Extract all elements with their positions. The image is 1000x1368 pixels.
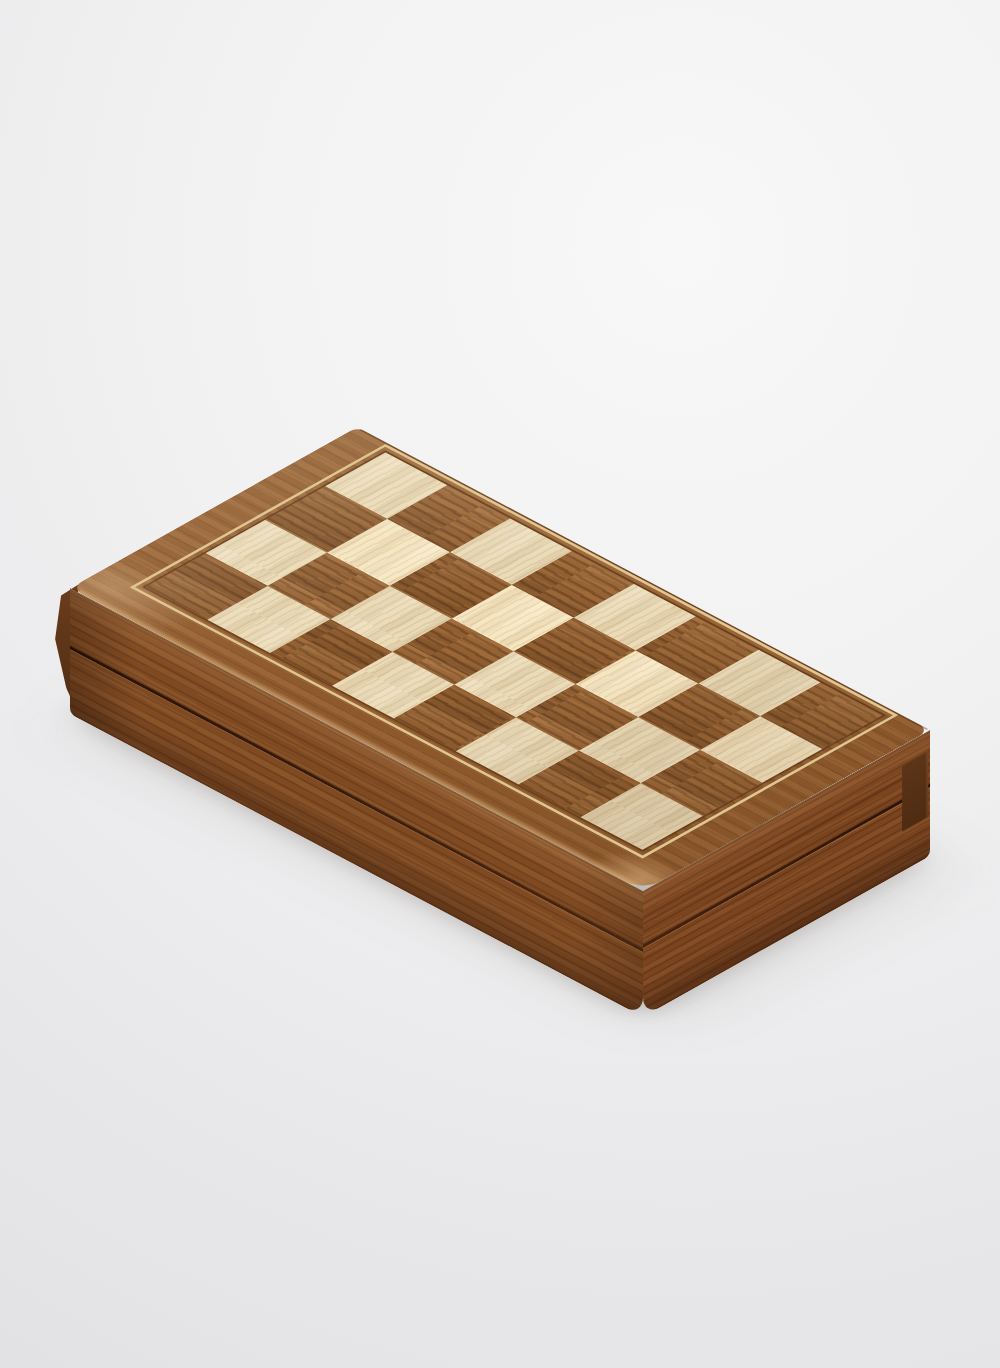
end-grain-patch: [902, 751, 928, 832]
studio-scene: [0, 0, 1000, 1368]
